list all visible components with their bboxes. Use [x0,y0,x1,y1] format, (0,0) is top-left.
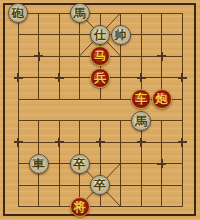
piece-glyph: 馬 [74,7,86,19]
piece-black-general[interactable]: 帅 [111,25,131,45]
piece-red-general[interactable]: 将 [70,197,90,217]
piece-glyph: 馬 [135,115,147,127]
piece-black-soldier[interactable]: 卒 [70,154,90,174]
piece-black-horse[interactable]: 馬 [131,111,151,131]
piece-black-cannon[interactable]: 砲 [8,3,28,23]
xiangqi-board[interactable]: 砲馬仕帅马兵车炮馬車卒卒将 [0,0,200,220]
piece-glyph: 马 [94,50,106,62]
piece-red-cannon[interactable]: 炮 [152,89,172,109]
piece-glyph: 兵 [94,72,106,84]
piece-glyph: 帅 [115,29,127,41]
piece-glyph: 卒 [94,179,106,191]
piece-black-horse[interactable]: 馬 [70,3,90,23]
piece-glyph: 車 [33,158,45,170]
piece-glyph: 仕 [94,29,106,41]
piece-glyph: 炮 [156,93,168,105]
piece-black-advisor[interactable]: 仕 [90,25,110,45]
piece-black-chariot[interactable]: 車 [29,154,49,174]
piece-glyph: 砲 [12,7,24,19]
piece-glyph: 车 [135,93,147,105]
piece-red-horse[interactable]: 马 [90,46,110,66]
piece-glyph: 将 [74,201,86,213]
piece-glyph: 卒 [74,158,86,170]
piece-red-chariot[interactable]: 车 [131,89,151,109]
piece-black-soldier[interactable]: 卒 [90,175,110,195]
piece-red-soldier[interactable]: 兵 [90,68,110,88]
